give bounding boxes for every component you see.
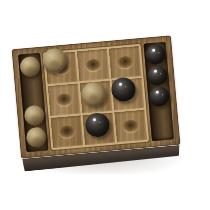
photo [0,0,210,210]
light-wooden-ball[interactable] [24,105,46,127]
game-box [12,35,181,159]
dark-black-ball[interactable] [148,86,170,108]
dark-black-ball[interactable] [84,112,110,138]
board-cell-r1c0[interactable] [48,84,81,117]
cell-dimple [122,119,139,132]
box-top-surface [12,35,181,159]
board-cell-r0c1[interactable] [77,49,110,82]
board-grid [43,44,149,150]
board-cell-r2c2[interactable] [114,110,147,143]
board-cell-r0c2[interactable] [109,46,142,79]
cell-dimple [56,93,73,106]
board-cell-r0c0[interactable] [45,52,78,85]
board-cell-r1c2[interactable] [112,78,145,111]
dark-ball-tray [144,42,174,142]
board-cell-r1c1[interactable] [80,81,113,114]
light-wooden-ball[interactable] [25,127,47,149]
board-cell-r2c1[interactable] [83,113,116,146]
dark-black-ball[interactable] [147,65,169,87]
cell-dimple [117,56,134,69]
light-wooden-ball[interactable] [19,56,41,78]
board-cell-r2c0[interactable] [51,115,84,148]
light-wooden-ball[interactable] [81,81,107,107]
cell-dimple [85,58,102,71]
cell-dimple [58,125,75,138]
dark-black-ball[interactable] [145,44,167,66]
box-inner-area [18,42,174,153]
